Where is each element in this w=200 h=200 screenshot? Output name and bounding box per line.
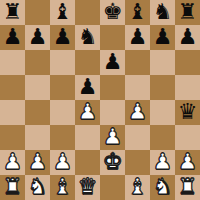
square-d5[interactable]: ♟ — [75, 75, 100, 100]
square-a2[interactable]: ♟ — [0, 150, 25, 175]
black-pawn-f7[interactable]: ♟ — [128, 25, 148, 49]
square-e4[interactable] — [100, 100, 125, 125]
square-e1[interactable] — [100, 175, 125, 200]
square-d8[interactable] — [75, 0, 100, 25]
square-f5[interactable] — [125, 75, 150, 100]
black-knight-g8[interactable]: ♞ — [153, 0, 173, 24]
white-rook-a1[interactable]: ♜ — [3, 175, 23, 199]
black-queen-h4[interactable]: ♛ — [178, 100, 198, 124]
chess-board: ♜♝♚♝♞♜♟♟♟♞♟♟♟♟♟♟♟♛♟♟♟♟♚♟♟♜♞♝♛♝♞♜ — [0, 0, 200, 200]
square-b2[interactable]: ♟ — [25, 150, 50, 175]
square-f1[interactable]: ♝ — [125, 175, 150, 200]
square-g5[interactable] — [150, 75, 175, 100]
square-b3[interactable] — [25, 125, 50, 150]
square-d4[interactable]: ♟ — [75, 100, 100, 125]
square-g3[interactable] — [150, 125, 175, 150]
square-d7[interactable]: ♞ — [75, 25, 100, 50]
square-h4[interactable]: ♛ — [175, 100, 200, 125]
square-g1[interactable]: ♞ — [150, 175, 175, 200]
square-c6[interactable] — [50, 50, 75, 75]
square-b8[interactable] — [25, 0, 50, 25]
square-d2[interactable] — [75, 150, 100, 175]
square-e7[interactable] — [100, 25, 125, 50]
square-b7[interactable]: ♟ — [25, 25, 50, 50]
black-bishop-f8[interactable]: ♝ — [128, 0, 148, 24]
white-pawn-d4[interactable]: ♟ — [78, 100, 98, 124]
square-b6[interactable] — [25, 50, 50, 75]
square-a4[interactable] — [0, 100, 25, 125]
square-g8[interactable]: ♞ — [150, 0, 175, 25]
square-c3[interactable] — [50, 125, 75, 150]
square-h5[interactable] — [175, 75, 200, 100]
black-pawn-b7[interactable]: ♟ — [28, 25, 48, 49]
square-h3[interactable] — [175, 125, 200, 150]
white-pawn-a2[interactable]: ♟ — [3, 150, 23, 174]
square-d6[interactable] — [75, 50, 100, 75]
square-c4[interactable] — [50, 100, 75, 125]
chess-board-wrap: ♜♝♚♝♞♜♟♟♟♞♟♟♟♟♟♟♟♛♟♟♟♟♚♟♟♜♞♝♛♝♞♜ — [0, 0, 200, 200]
square-c1[interactable]: ♝ — [50, 175, 75, 200]
white-pawn-h2[interactable]: ♟ — [178, 150, 198, 174]
square-f4[interactable]: ♟ — [125, 100, 150, 125]
square-b5[interactable] — [25, 75, 50, 100]
square-g2[interactable]: ♟ — [150, 150, 175, 175]
square-f6[interactable] — [125, 50, 150, 75]
square-e6[interactable]: ♟ — [100, 50, 125, 75]
square-h2[interactable]: ♟ — [175, 150, 200, 175]
square-a5[interactable] — [0, 75, 25, 100]
square-h8[interactable]: ♜ — [175, 0, 200, 25]
square-b1[interactable]: ♞ — [25, 175, 50, 200]
white-pawn-e3[interactable]: ♟ — [103, 125, 123, 149]
white-knight-b1[interactable]: ♞ — [28, 175, 48, 199]
square-e8[interactable]: ♚ — [100, 0, 125, 25]
black-rook-h8[interactable]: ♜ — [178, 0, 198, 24]
square-e3[interactable]: ♟ — [100, 125, 125, 150]
black-pawn-h7[interactable]: ♟ — [178, 25, 198, 49]
black-pawn-a7[interactable]: ♟ — [3, 25, 23, 49]
white-king-e2[interactable]: ♚ — [103, 150, 123, 174]
white-rook-h1[interactable]: ♜ — [178, 175, 198, 199]
black-pawn-c7[interactable]: ♟ — [53, 25, 73, 49]
square-h7[interactable]: ♟ — [175, 25, 200, 50]
white-pawn-b2[interactable]: ♟ — [28, 150, 48, 174]
white-queen-d1[interactable]: ♛ — [78, 175, 98, 199]
square-c5[interactable] — [50, 75, 75, 100]
white-bishop-c1[interactable]: ♝ — [53, 175, 73, 199]
square-h6[interactable] — [175, 50, 200, 75]
black-bishop-c8[interactable]: ♝ — [53, 0, 73, 24]
square-c2[interactable]: ♟ — [50, 150, 75, 175]
square-c8[interactable]: ♝ — [50, 0, 75, 25]
square-h1[interactable]: ♜ — [175, 175, 200, 200]
square-f7[interactable]: ♟ — [125, 25, 150, 50]
white-knight-g1[interactable]: ♞ — [153, 175, 173, 199]
square-f8[interactable]: ♝ — [125, 0, 150, 25]
square-e5[interactable] — [100, 75, 125, 100]
white-pawn-f4[interactable]: ♟ — [128, 100, 148, 124]
square-a1[interactable]: ♜ — [0, 175, 25, 200]
square-c7[interactable]: ♟ — [50, 25, 75, 50]
square-d1[interactable]: ♛ — [75, 175, 100, 200]
square-b4[interactable] — [25, 100, 50, 125]
black-pawn-d5[interactable]: ♟ — [78, 75, 98, 99]
white-pawn-c2[interactable]: ♟ — [53, 150, 73, 174]
white-pawn-g2[interactable]: ♟ — [153, 150, 173, 174]
black-rook-a8[interactable]: ♜ — [3, 0, 23, 24]
square-a7[interactable]: ♟ — [0, 25, 25, 50]
square-g4[interactable] — [150, 100, 175, 125]
square-a8[interactable]: ♜ — [0, 0, 25, 25]
square-f3[interactable] — [125, 125, 150, 150]
square-f2[interactable] — [125, 150, 150, 175]
black-king-e8[interactable]: ♚ — [103, 0, 123, 24]
square-d3[interactable] — [75, 125, 100, 150]
square-a3[interactable] — [0, 125, 25, 150]
square-a6[interactable] — [0, 50, 25, 75]
square-g6[interactable] — [150, 50, 175, 75]
black-pawn-g7[interactable]: ♟ — [153, 25, 173, 49]
white-bishop-f1[interactable]: ♝ — [128, 175, 148, 199]
black-knight-d7[interactable]: ♞ — [78, 25, 98, 49]
square-g7[interactable]: ♟ — [150, 25, 175, 50]
square-e2[interactable]: ♚ — [100, 150, 125, 175]
black-pawn-e6[interactable]: ♟ — [103, 50, 123, 74]
